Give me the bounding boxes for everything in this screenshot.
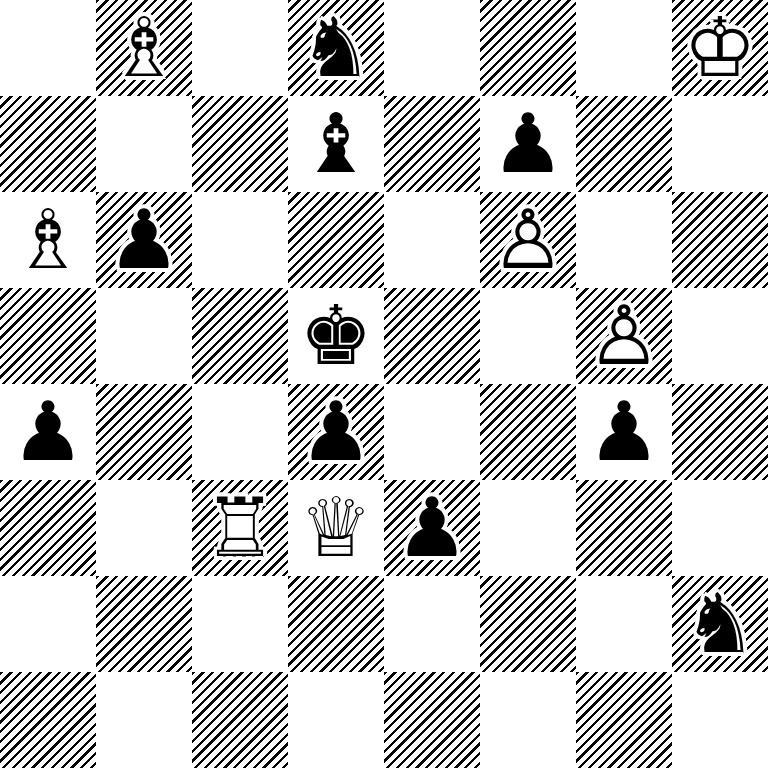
square-g2[interactable] [576,576,672,672]
square-h8[interactable]: ♚♔ [672,0,768,96]
square-d8[interactable]: ♞♞ [288,0,384,96]
square-d6[interactable] [288,192,384,288]
square-b4[interactable] [96,384,192,480]
square-e5[interactable] [384,288,480,384]
square-g3[interactable] [576,480,672,576]
piece-glyph: ♟ [96,192,192,288]
square-e4[interactable] [384,384,480,480]
square-a7[interactable] [0,96,96,192]
square-f1[interactable] [480,672,576,768]
piece-glyph: ♟ [384,480,480,576]
square-e2[interactable] [384,576,480,672]
black-pawn-icon: ♟♟ [288,384,384,480]
square-f4[interactable] [480,384,576,480]
square-a3[interactable] [0,480,96,576]
square-g6[interactable] [576,192,672,288]
piece-glyph: ♗ [0,192,96,288]
square-g5[interactable]: ♟♙ [576,288,672,384]
square-g7[interactable] [576,96,672,192]
square-b2[interactable] [96,576,192,672]
white-pawn-icon: ♟♙ [576,288,672,384]
square-h1[interactable] [672,672,768,768]
square-b7[interactable] [96,96,192,192]
square-h5[interactable] [672,288,768,384]
piece-glyph: ♞ [288,0,384,96]
black-king-icon: ♚♚ [288,288,384,384]
piece-glyph: ♟ [0,384,96,480]
piece-glyph: ♗ [96,0,192,96]
square-e3[interactable]: ♟♟ [384,480,480,576]
black-pawn-icon: ♟♟ [0,384,96,480]
piece-glyph: ♚ [288,288,384,384]
black-pawn-icon: ♟♟ [96,192,192,288]
square-e6[interactable] [384,192,480,288]
piece-glyph: ♔ [672,0,768,96]
square-c6[interactable] [192,192,288,288]
square-g4[interactable]: ♟♟ [576,384,672,480]
white-king-icon: ♚♔ [672,0,768,96]
square-d5[interactable]: ♚♚ [288,288,384,384]
piece-glyph: ♕ [288,480,384,576]
piece-glyph: ♟ [288,384,384,480]
white-pawn-icon: ♟♙ [480,192,576,288]
square-a8[interactable] [0,0,96,96]
square-c2[interactable] [192,576,288,672]
square-d2[interactable] [288,576,384,672]
square-d7[interactable]: ♝♝ [288,96,384,192]
black-pawn-icon: ♟♟ [576,384,672,480]
black-knight-icon: ♞♞ [672,576,768,672]
square-c5[interactable] [192,288,288,384]
piece-glyph: ♝ [288,96,384,192]
square-b1[interactable] [96,672,192,768]
chess-board: ♝♗♞♞♚♔♝♝♟♟♝♗♟♟♟♙♚♚♟♙♟♟♟♟♟♟♜♖♛♕♟♟♞♞ [0,0,768,768]
square-a4[interactable]: ♟♟ [0,384,96,480]
white-bishop-icon: ♝♗ [0,192,96,288]
black-pawn-icon: ♟♟ [384,480,480,576]
square-b5[interactable] [96,288,192,384]
square-f6[interactable]: ♟♙ [480,192,576,288]
black-pawn-icon: ♟♟ [480,96,576,192]
square-h7[interactable] [672,96,768,192]
square-b8[interactable]: ♝♗ [96,0,192,96]
square-f2[interactable] [480,576,576,672]
square-h6[interactable] [672,192,768,288]
square-g1[interactable] [576,672,672,768]
piece-glyph: ♟ [480,96,576,192]
piece-glyph: ♙ [576,288,672,384]
white-bishop-icon: ♝♗ [96,0,192,96]
square-c4[interactable] [192,384,288,480]
square-e8[interactable] [384,0,480,96]
square-f8[interactable] [480,0,576,96]
square-h4[interactable] [672,384,768,480]
piece-glyph: ♖ [192,480,288,576]
black-knight-icon: ♞♞ [288,0,384,96]
square-a2[interactable] [0,576,96,672]
square-c8[interactable] [192,0,288,96]
square-d1[interactable] [288,672,384,768]
square-b6[interactable]: ♟♟ [96,192,192,288]
square-f5[interactable] [480,288,576,384]
square-h2[interactable]: ♞♞ [672,576,768,672]
square-a5[interactable] [0,288,96,384]
square-h3[interactable] [672,480,768,576]
piece-glyph: ♙ [480,192,576,288]
square-e7[interactable] [384,96,480,192]
white-rook-icon: ♜♖ [192,480,288,576]
square-c3[interactable]: ♜♖ [192,480,288,576]
piece-glyph: ♟ [576,384,672,480]
square-f7[interactable]: ♟♟ [480,96,576,192]
piece-glyph: ♞ [672,576,768,672]
white-queen-icon: ♛♕ [288,480,384,576]
square-d4[interactable]: ♟♟ [288,384,384,480]
square-g8[interactable] [576,0,672,96]
square-b3[interactable] [96,480,192,576]
square-d3[interactable]: ♛♕ [288,480,384,576]
black-bishop-icon: ♝♝ [288,96,384,192]
square-f3[interactable] [480,480,576,576]
square-c1[interactable] [192,672,288,768]
square-c7[interactable] [192,96,288,192]
square-a6[interactable]: ♝♗ [0,192,96,288]
square-e1[interactable] [384,672,480,768]
square-a1[interactable] [0,672,96,768]
